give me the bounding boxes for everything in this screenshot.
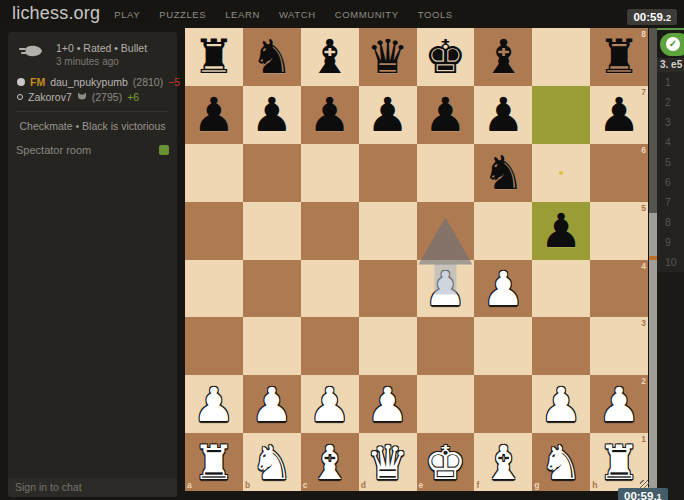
square-a1[interactable]: ♜a: [185, 433, 243, 491]
square-h7[interactable]: ♟7: [590, 86, 648, 144]
square-d1[interactable]: ♛d: [359, 433, 417, 491]
black-pawn-a7: ♟: [185, 86, 243, 144]
square-h6[interactable]: 6: [590, 144, 648, 202]
black-bishop-f8: ♝: [474, 28, 532, 86]
standings-list: 12345678910: [657, 72, 684, 272]
square-f8[interactable]: ♝: [474, 28, 532, 86]
left-sidebar: 1+0 • Rated • Bullet 3 minutes ago FM da…: [0, 28, 185, 500]
file-label-f: f: [476, 480, 479, 490]
square-b7[interactable]: ♟: [243, 86, 301, 144]
eval-gauge-black-segment: [649, 28, 657, 213]
players-list: FM dau_npukypumb (2810) −5 Zakorov7 (279…: [17, 76, 168, 112]
white-king-e1: ♚: [417, 433, 475, 491]
square-h3[interactable]: 3: [590, 317, 648, 375]
time-ago-label: 3 minutes ago: [56, 56, 147, 67]
chess-board: ♜♞♝♛♚♝♜8♟♟♟♟♟♟♟7♞6♟5♟♟43♟♟♟♟♟♟2♜a♞b♝c♛d♚…: [185, 28, 648, 491]
square-h4[interactable]: 4: [590, 260, 648, 318]
white-pawn-h2: ♟: [590, 375, 648, 433]
square-d3[interactable]: [359, 317, 417, 375]
black-queen-d8: ♛: [359, 28, 417, 86]
square-b4[interactable]: [243, 260, 301, 318]
square-f7[interactable]: ♟: [474, 86, 532, 144]
square-a2[interactable]: ♟: [185, 375, 243, 433]
square-f1[interactable]: ♝f: [474, 433, 532, 491]
standings-row-8[interactable]: 8: [657, 212, 684, 232]
square-c5[interactable]: [301, 202, 359, 260]
bullet-icon: [17, 40, 47, 68]
square-d5[interactable]: [359, 202, 417, 260]
rank-label-7: 7: [641, 87, 646, 97]
menu-item-play[interactable]: PLAY: [114, 9, 140, 20]
menu-item-puzzles[interactable]: PUZZLES: [159, 9, 206, 20]
square-d2[interactable]: ♟: [359, 375, 417, 433]
standings-row-1[interactable]: 1: [657, 72, 684, 92]
white-pawn-a2: ♟: [185, 375, 243, 433]
check-icon: ✓: [666, 37, 680, 51]
square-a3[interactable]: [185, 317, 243, 375]
square-h8[interactable]: ♜8: [590, 28, 648, 86]
white-pawn-c2: ♟: [301, 375, 359, 433]
square-e3[interactable]: [417, 317, 475, 375]
white-bishop-f1: ♝: [474, 433, 532, 491]
white-pawn-g2: ♟: [532, 375, 590, 433]
black-color-icon: [17, 94, 23, 100]
square-e5[interactable]: [417, 202, 475, 260]
square-e2[interactable]: [417, 375, 475, 433]
menu-item-learn[interactable]: LEARN: [225, 9, 260, 20]
square-c7[interactable]: ♟: [301, 86, 359, 144]
black-rook-a8: ♜: [185, 28, 243, 86]
square-e6[interactable]: [417, 144, 475, 202]
square-e4[interactable]: ♟: [417, 260, 475, 318]
game-info-box: 1+0 • Rated • Bullet 3 minutes ago FM da…: [8, 32, 177, 141]
black-rook-h8: ♜: [590, 28, 648, 86]
white-player-row[interactable]: FM dau_npukypumb (2810) −5: [17, 76, 168, 88]
right-panel: ✓ 3. e5 12345678910: [657, 28, 684, 500]
menu-item-community[interactable]: COMMUNITY: [335, 9, 399, 20]
square-f3[interactable]: [474, 317, 532, 375]
white-queen-d1: ♛: [359, 433, 417, 491]
white-rating-diff: −5: [168, 76, 180, 88]
rank-label-2: 2: [641, 376, 646, 386]
rank-label-6: 6: [641, 145, 646, 155]
standings-row-4[interactable]: 4: [657, 132, 684, 152]
premove-dot-marker: [559, 171, 563, 175]
square-g4[interactable]: [532, 260, 590, 318]
rank-label-1: 1: [641, 434, 646, 444]
chat-input[interactable]: Sign in to chat: [8, 478, 177, 497]
rank-label-4: 4: [641, 261, 646, 271]
white-pawn-f4: ♟: [474, 260, 532, 318]
white-player-name: dau_npukypumb: [50, 76, 128, 88]
standings-row-10[interactable]: 10: [657, 252, 684, 272]
black-pawn-b7: ♟: [243, 86, 301, 144]
chat-title: Spectator room: [16, 144, 91, 156]
white-bishop-c1: ♝: [301, 433, 359, 491]
main-menu: PLAYPUZZLESLEARNWATCHCOMMUNITYTOOLS: [114, 9, 452, 20]
file-label-b: b: [245, 480, 250, 490]
square-b3[interactable]: [243, 317, 301, 375]
square-c4[interactable]: [301, 260, 359, 318]
black-bishop-c8: ♝: [301, 28, 359, 86]
black-pawn-h7: ♟: [590, 86, 648, 144]
accent-line: [657, 28, 684, 30]
black-pawn-e7: ♟: [417, 86, 475, 144]
white-color-icon: [17, 78, 25, 86]
chat-toggle[interactable]: [159, 145, 169, 155]
current-move-label[interactable]: 3. e5: [657, 58, 684, 72]
file-label-c: c: [303, 480, 308, 490]
rank-label-5: 5: [641, 203, 646, 213]
black-pawn-c7: ♟: [301, 86, 359, 144]
chat-panel: Spectator room Sign in to chat: [8, 138, 177, 497]
black-knight-f6: ♞: [474, 144, 532, 202]
white-clock: 00:59.1: [618, 488, 668, 500]
square-g5[interactable]: ♟: [532, 202, 590, 260]
square-f4[interactable]: ♟: [474, 260, 532, 318]
square-b2[interactable]: ♟: [243, 375, 301, 433]
square-g8[interactable]: [532, 28, 590, 86]
time-control-label: 1+0 • Rated • Bullet: [56, 42, 147, 54]
black-knight-b8: ♞: [243, 28, 301, 86]
black-pawn-d7: ♟: [359, 86, 417, 144]
white-knight-b1: ♞: [243, 433, 301, 491]
white-pawn-d2: ♟: [359, 375, 417, 433]
square-g1[interactable]: ♞g: [532, 433, 590, 491]
black-pawn-f7: ♟: [474, 86, 532, 144]
white-pawn-e4: ♟: [417, 260, 475, 318]
black-player-name: Zakorov7: [28, 91, 72, 103]
file-label-d: d: [361, 480, 366, 490]
file-label-e: e: [419, 480, 424, 490]
rank-label-8: 8: [641, 29, 646, 39]
square-f6[interactable]: ♞: [474, 144, 532, 202]
square-h2[interactable]: ♟2: [590, 375, 648, 433]
file-label-a: a: [187, 480, 192, 490]
square-d8[interactable]: ♛: [359, 28, 417, 86]
square-c3[interactable]: [301, 317, 359, 375]
square-f5[interactable]: [474, 202, 532, 260]
black-clock: 00:59.2: [627, 9, 677, 25]
chat-messages: [8, 162, 177, 478]
white-knight-g1: ♞: [532, 433, 590, 491]
top-nav-bar: lichess.org PLAYPUZZLESLEARNWATCHCOMMUNI…: [0, 0, 684, 28]
square-g3[interactable]: [532, 317, 590, 375]
file-label-g: g: [534, 480, 539, 490]
square-g2[interactable]: ♟: [532, 375, 590, 433]
menu-item-tools[interactable]: TOOLS: [418, 9, 453, 20]
square-b5[interactable]: [243, 202, 301, 260]
square-e7[interactable]: ♟: [417, 86, 475, 144]
standings-row-3[interactable]: 3: [657, 112, 684, 132]
square-c2[interactable]: ♟: [301, 375, 359, 433]
lichess-logo[interactable]: lichess.org: [0, 3, 114, 26]
square-a6[interactable]: [185, 144, 243, 202]
square-a5[interactable]: [185, 202, 243, 260]
square-a7[interactable]: ♟: [185, 86, 243, 144]
square-h5[interactable]: 5: [590, 202, 648, 260]
black-pawn-g5: ♟: [532, 202, 590, 260]
standings-row-2[interactable]: 2: [657, 92, 684, 112]
square-f2[interactable]: [474, 375, 532, 433]
square-d4[interactable]: [359, 260, 417, 318]
square-c8[interactable]: ♝: [301, 28, 359, 86]
status-check-pill[interactable]: ✓: [660, 33, 684, 56]
square-b1[interactable]: ♞b: [243, 433, 301, 491]
standings-row-5[interactable]: 5: [657, 152, 684, 172]
white-rook-a1: ♜: [185, 433, 243, 491]
eval-gauge-marker: [649, 256, 657, 260]
square-g7[interactable]: [532, 86, 590, 144]
standings-row-6[interactable]: 6: [657, 172, 684, 192]
square-c1[interactable]: ♝c: [301, 433, 359, 491]
file-label-h: h: [592, 480, 597, 490]
square-b6[interactable]: [243, 144, 301, 202]
game-result-text: Checkmate • Black is victorious: [17, 120, 168, 132]
square-d6[interactable]: [359, 144, 417, 202]
player-title: FM: [30, 76, 45, 88]
square-e1[interactable]: ♚e: [417, 433, 475, 491]
square-a4[interactable]: [185, 260, 243, 318]
black-player-row[interactable]: Zakorov7 (2795) +6: [17, 91, 168, 103]
lichess-app: lichess.org PLAYPUZZLESLEARNWATCHCOMMUNI…: [0, 0, 684, 500]
square-c6[interactable]: [301, 144, 359, 202]
black-rating-diff: +6: [127, 91, 139, 103]
square-e8[interactable]: ♚: [417, 28, 475, 86]
flair-icon: [77, 91, 87, 103]
square-a8[interactable]: ♜: [185, 28, 243, 86]
eval-gauge: [649, 28, 657, 491]
rank-label-3: 3: [641, 318, 646, 328]
square-b8[interactable]: ♞: [243, 28, 301, 86]
standings-row-9[interactable]: 9: [657, 232, 684, 252]
standings-row-7[interactable]: 7: [657, 192, 684, 212]
menu-item-watch[interactable]: WATCH: [279, 9, 316, 20]
square-d7[interactable]: ♟: [359, 86, 417, 144]
black-king-e8: ♚: [417, 28, 475, 86]
white-pawn-b2: ♟: [243, 375, 301, 433]
